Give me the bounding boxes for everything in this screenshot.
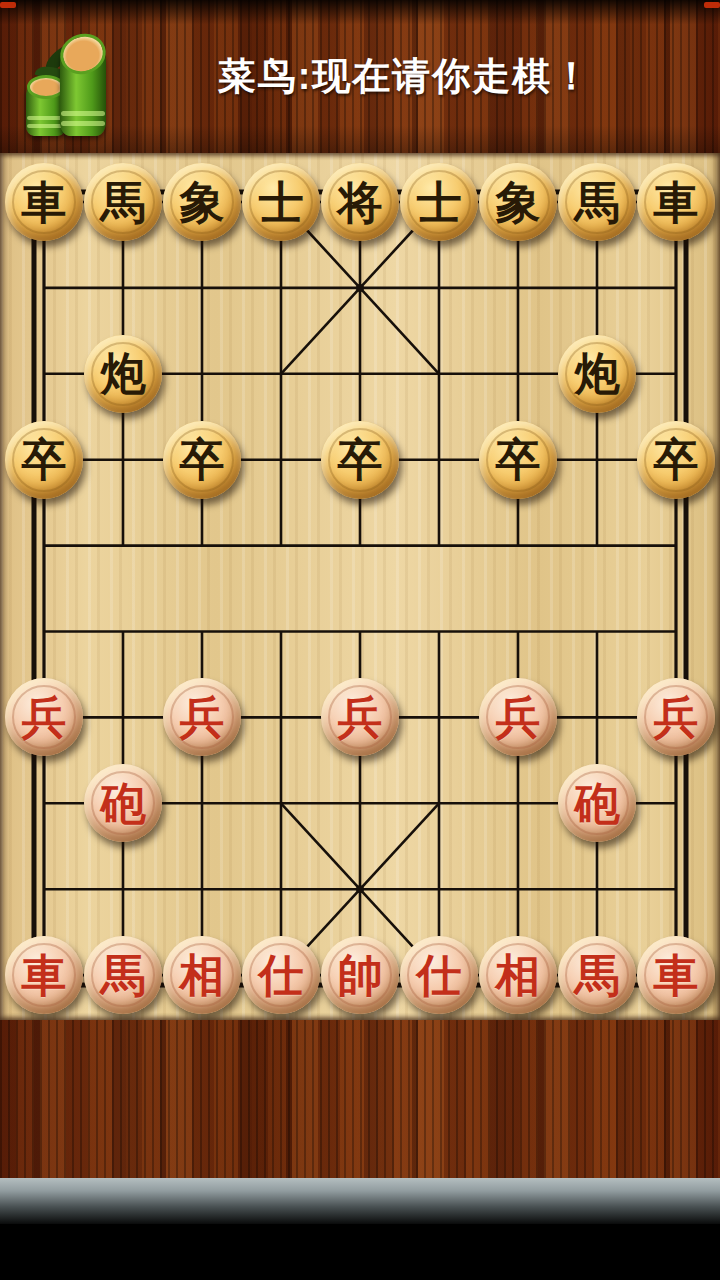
bamboo-tall-cup <box>60 48 106 136</box>
black-soldier[interactable]: 卒 <box>479 421 557 499</box>
black-elephant[interactable]: 象 <box>479 163 557 241</box>
app-screen: 菜鸟:现在请你走棋！ 車馬象士将士象馬車炮炮卒卒卒卒卒兵兵兵兵兵砲砲車馬相仕帥仕… <box>0 0 720 1280</box>
corner-dash-left <box>0 2 16 8</box>
black-horse[interactable]: 馬 <box>84 163 162 241</box>
red-soldier[interactable]: 兵 <box>479 678 557 756</box>
black-cannon[interactable]: 炮 <box>84 335 162 413</box>
black-advisor[interactable]: 士 <box>400 163 478 241</box>
black-chariot[interactable]: 車 <box>5 163 83 241</box>
title-bar: 菜鸟:现在请你走棋！ <box>0 0 720 153</box>
black-advisor[interactable]: 士 <box>242 163 320 241</box>
black-horse[interactable]: 馬 <box>558 163 636 241</box>
red-horse[interactable]: 馬 <box>558 936 636 1014</box>
red-advisor[interactable]: 仕 <box>242 936 320 1014</box>
bottom-gradient-strip <box>0 1178 720 1224</box>
black-soldier[interactable]: 卒 <box>321 421 399 499</box>
black-soldier[interactable]: 卒 <box>637 421 715 499</box>
black-chariot[interactable]: 車 <box>637 163 715 241</box>
red-chariot[interactable]: 車 <box>637 936 715 1014</box>
toolbar: ? <box>0 1020 720 1178</box>
black-elephant[interactable]: 象 <box>163 163 241 241</box>
corner-dash-right <box>704 2 720 8</box>
black-cannon[interactable]: 炮 <box>558 335 636 413</box>
red-horse[interactable]: 馬 <box>84 936 162 1014</box>
bottom-black-strip <box>0 1224 720 1280</box>
board-grid <box>0 153 720 1020</box>
status-message: 菜鸟:现在请你走棋！ <box>120 0 690 153</box>
red-advisor[interactable]: 仕 <box>400 936 478 1014</box>
red-general[interactable]: 帥 <box>321 936 399 1014</box>
red-soldier[interactable]: 兵 <box>5 678 83 756</box>
black-general[interactable]: 将 <box>321 163 399 241</box>
bamboo-cups-icon <box>16 22 120 140</box>
black-soldier[interactable]: 卒 <box>163 421 241 499</box>
xiangqi-board[interactable]: 車馬象士将士象馬車炮炮卒卒卒卒卒兵兵兵兵兵砲砲車馬相仕帥仕相馬車 <box>0 153 720 1020</box>
black-soldier[interactable]: 卒 <box>5 421 83 499</box>
red-cannon[interactable]: 砲 <box>84 764 162 842</box>
red-elephant[interactable]: 相 <box>163 936 241 1014</box>
red-soldier[interactable]: 兵 <box>321 678 399 756</box>
red-elephant[interactable]: 相 <box>479 936 557 1014</box>
red-soldier[interactable]: 兵 <box>637 678 715 756</box>
red-cannon[interactable]: 砲 <box>558 764 636 842</box>
red-chariot[interactable]: 車 <box>5 936 83 1014</box>
red-soldier[interactable]: 兵 <box>163 678 241 756</box>
